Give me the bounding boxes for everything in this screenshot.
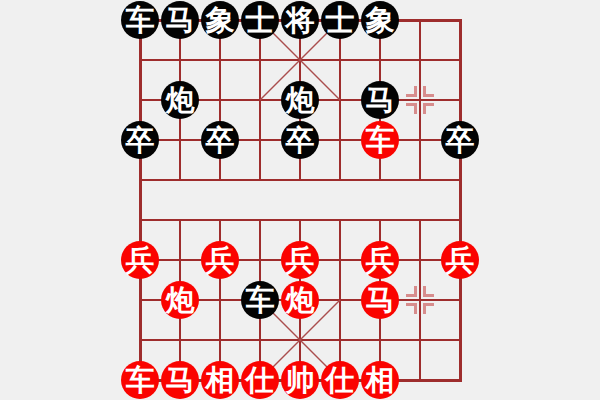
piece-red-horse[interactable]: 马 [161, 361, 199, 399]
piece-black-chariot[interactable]: 车 [121, 1, 159, 39]
piece-red-cannon[interactable]: 炮 [281, 281, 319, 319]
piece-black-soldier[interactable]: 卒 [201, 121, 239, 159]
piece-red-chariot[interactable]: 车 [121, 361, 159, 399]
piece-black-elephant[interactable]: 象 [201, 1, 239, 39]
piece-black-soldier[interactable]: 卒 [441, 121, 479, 159]
piece-black-horse[interactable]: 马 [361, 81, 399, 119]
piece-red-horse[interactable]: 马 [361, 281, 399, 319]
piece-red-soldier[interactable]: 兵 [201, 241, 239, 279]
piece-red-advisor[interactable]: 仕 [321, 361, 359, 399]
piece-red-chariot[interactable]: 车 [361, 121, 399, 159]
piece-black-elephant[interactable]: 象 [361, 1, 399, 39]
piece-black-advisor[interactable]: 士 [321, 1, 359, 39]
piece-red-soldier[interactable]: 兵 [361, 241, 399, 279]
piece-red-elephant[interactable]: 相 [201, 361, 239, 399]
piece-black-chariot[interactable]: 车 [241, 281, 279, 319]
piece-red-soldier[interactable]: 兵 [281, 241, 319, 279]
piece-red-elephant[interactable]: 相 [361, 361, 399, 399]
piece-black-cannon[interactable]: 炮 [281, 81, 319, 119]
piece-red-general[interactable]: 帅 [281, 361, 319, 399]
piece-black-general[interactable]: 将 [281, 1, 319, 39]
xiangqi-board[interactable]: 车马象士将士象炮炮马卒卒卒车卒兵兵兵兵兵炮车炮马车马相仕帅仕相 [0, 0, 600, 400]
pieces-layer: 车马象士将士象炮炮马卒卒卒车卒兵兵兵兵兵炮车炮马车马相仕帅仕相 [120, 0, 480, 400]
piece-red-cannon[interactable]: 炮 [161, 281, 199, 319]
piece-red-soldier[interactable]: 兵 [121, 241, 159, 279]
piece-black-advisor[interactable]: 士 [241, 1, 279, 39]
piece-black-soldier[interactable]: 卒 [281, 121, 319, 159]
piece-black-cannon[interactable]: 炮 [161, 81, 199, 119]
piece-red-advisor[interactable]: 仕 [241, 361, 279, 399]
piece-black-soldier[interactable]: 卒 [121, 121, 159, 159]
piece-black-horse[interactable]: 马 [161, 1, 199, 39]
app-background: 车马象士将士象炮炮马卒卒卒车卒兵兵兵兵兵炮车炮马车马相仕帅仕相 [0, 0, 600, 400]
piece-red-soldier[interactable]: 兵 [441, 241, 479, 279]
